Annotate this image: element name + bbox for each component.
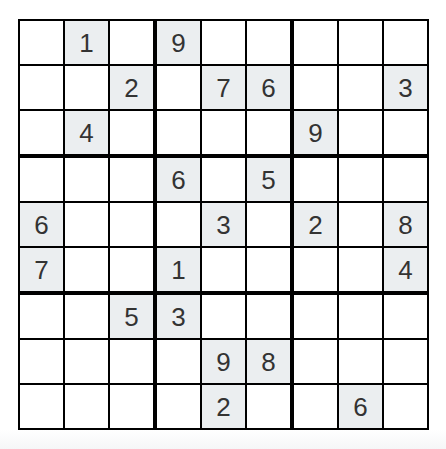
cell-r5c8-empty[interactable]	[339, 203, 382, 246]
cell-r1c7-empty[interactable]	[294, 21, 337, 64]
cell-r8c6-given-8[interactable]: 8	[247, 340, 290, 383]
cell-r8c5-given-9[interactable]: 9	[202, 340, 245, 383]
box-r3c2: 3982	[157, 295, 290, 428]
cell-r4c8-empty[interactable]	[339, 158, 382, 201]
cell-r2c7-empty[interactable]	[294, 66, 337, 109]
cell-r5c7-given-2[interactable]: 2	[294, 203, 337, 246]
cell-r9c2-empty[interactable]	[65, 385, 108, 428]
cell-r6c8-empty[interactable]	[339, 248, 382, 291]
cell-r3c2-given-4[interactable]: 4	[65, 111, 108, 154]
cell-r2c8-empty[interactable]	[339, 66, 382, 109]
cell-r4c3-empty[interactable]	[110, 158, 153, 201]
cell-r5c9-given-8[interactable]: 8	[384, 203, 427, 246]
cell-r7c6-empty[interactable]	[247, 295, 290, 338]
cell-r7c3-given-5[interactable]: 5	[110, 295, 153, 338]
cell-r9c6-empty[interactable]	[247, 385, 290, 428]
cell-r3c8-empty[interactable]	[339, 111, 382, 154]
cell-r7c9-empty[interactable]	[384, 295, 427, 338]
cell-r4c7-empty[interactable]	[294, 158, 337, 201]
cell-r8c9-empty[interactable]	[384, 340, 427, 383]
cell-r4c4-given-6[interactable]: 6	[157, 158, 200, 201]
cell-r7c8-empty[interactable]	[339, 295, 382, 338]
cell-r1c9-empty[interactable]	[384, 21, 427, 64]
cell-r5c4-empty[interactable]	[157, 203, 200, 246]
cell-r2c6-given-6[interactable]: 6	[247, 66, 290, 109]
box-r3c3: 6	[294, 295, 427, 428]
cell-r5c6-empty[interactable]	[247, 203, 290, 246]
cell-r5c5-given-3[interactable]: 3	[202, 203, 245, 246]
cell-r5c1-given-6[interactable]: 6	[20, 203, 63, 246]
cell-r2c2-empty[interactable]	[65, 66, 108, 109]
cell-r2c5-given-7[interactable]: 7	[202, 66, 245, 109]
cell-r3c1-empty[interactable]	[20, 111, 63, 154]
cell-r1c2-given-1[interactable]: 1	[65, 21, 108, 64]
cell-r1c5-empty[interactable]	[202, 21, 245, 64]
cell-r3c3-empty[interactable]	[110, 111, 153, 154]
cell-r5c2-empty[interactable]	[65, 203, 108, 246]
cell-r4c5-empty[interactable]	[202, 158, 245, 201]
cell-r2c9-given-3[interactable]: 3	[384, 66, 427, 109]
box-r2c3: 284	[294, 158, 427, 291]
cell-r3c4-empty[interactable]	[157, 111, 200, 154]
cell-r7c5-empty[interactable]	[202, 295, 245, 338]
cell-r1c6-empty[interactable]	[247, 21, 290, 64]
cell-r3c5-empty[interactable]	[202, 111, 245, 154]
cell-r7c2-empty[interactable]	[65, 295, 108, 338]
cell-r9c9-empty[interactable]	[384, 385, 427, 428]
cell-r6c2-empty[interactable]	[65, 248, 108, 291]
cell-r9c7-empty[interactable]	[294, 385, 337, 428]
cell-r7c4-given-3[interactable]: 3	[157, 295, 200, 338]
cell-r9c4-empty[interactable]	[157, 385, 200, 428]
cell-r1c4-given-9[interactable]: 9	[157, 21, 200, 64]
box-r1c1: 124	[20, 21, 153, 154]
cell-r8c3-empty[interactable]	[110, 340, 153, 383]
box-r1c2: 976	[157, 21, 290, 154]
cell-r6c7-empty[interactable]	[294, 248, 337, 291]
box-r2c2: 6531	[157, 158, 290, 291]
cell-r2c1-empty[interactable]	[20, 66, 63, 109]
cell-r1c3-empty[interactable]	[110, 21, 153, 64]
cell-r9c8-given-6[interactable]: 6	[339, 385, 382, 428]
cell-r8c8-empty[interactable]	[339, 340, 382, 383]
box-r3c1: 5	[20, 295, 153, 428]
cell-r7c1-empty[interactable]	[20, 295, 63, 338]
cell-r8c4-empty[interactable]	[157, 340, 200, 383]
cell-r6c9-given-4[interactable]: 4	[384, 248, 427, 291]
cell-r4c1-empty[interactable]	[20, 158, 63, 201]
cell-r4c6-given-5[interactable]: 5	[247, 158, 290, 201]
cell-r8c1-empty[interactable]	[20, 340, 63, 383]
cell-r9c3-empty[interactable]	[110, 385, 153, 428]
box-r1c3: 39	[294, 21, 427, 154]
cell-r6c1-given-7[interactable]: 7	[20, 248, 63, 291]
cell-r6c3-empty[interactable]	[110, 248, 153, 291]
cell-r4c9-empty[interactable]	[384, 158, 427, 201]
cell-r7c7-empty[interactable]	[294, 295, 337, 338]
box-r2c1: 67	[20, 158, 153, 291]
cell-r6c6-empty[interactable]	[247, 248, 290, 291]
sudoku-board-wrapper: 12497639676531284539826	[18, 19, 429, 430]
cell-r8c7-empty[interactable]	[294, 340, 337, 383]
cell-r6c5-empty[interactable]	[202, 248, 245, 291]
cell-r2c4-empty[interactable]	[157, 66, 200, 109]
cell-r3c9-empty[interactable]	[384, 111, 427, 154]
cell-r3c6-empty[interactable]	[247, 111, 290, 154]
cell-r1c8-empty[interactable]	[339, 21, 382, 64]
cell-r3c7-given-9[interactable]: 9	[294, 111, 337, 154]
cell-r2c3-given-2[interactable]: 2	[110, 66, 153, 109]
cell-r5c3-empty[interactable]	[110, 203, 153, 246]
cell-r9c1-empty[interactable]	[20, 385, 63, 428]
cell-r6c4-given-1[interactable]: 1	[157, 248, 200, 291]
cell-r4c2-empty[interactable]	[65, 158, 108, 201]
cell-r8c2-empty[interactable]	[65, 340, 108, 383]
cell-r1c1-empty[interactable]	[20, 21, 63, 64]
sudoku-board: 12497639676531284539826	[18, 19, 429, 430]
cell-r9c5-given-2[interactable]: 2	[202, 385, 245, 428]
